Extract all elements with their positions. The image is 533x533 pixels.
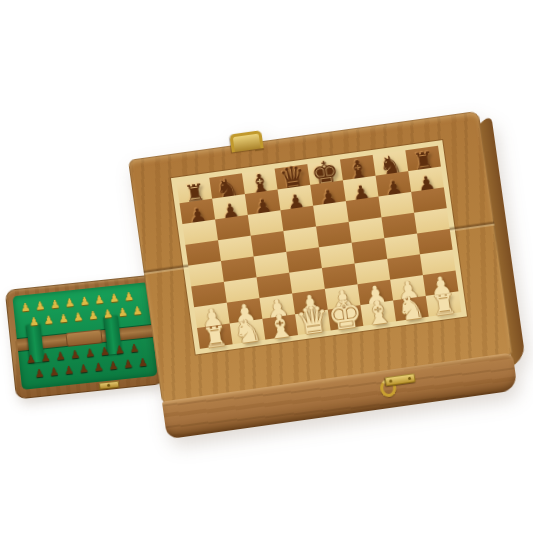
brass-latch — [229, 130, 263, 152]
storage-case: ♟♟♟♟♟♟♟♟♟♟♟♟♟♟♟♟♟♟♟♟♟♟♟♟♟♟♟♟♟♟♟♟ — [5, 274, 166, 399]
case-brass-clasp — [99, 381, 120, 390]
folding-chessboard: ♜♞♝♛♚♝♞♜♟♟♟♟♟♟♟♟♟♟♟♟♟♟♟♟♜♞♝♛♚♝♞♜ — [128, 111, 518, 442]
square-h1: ♜ — [426, 291, 462, 316]
square-d1: ♛ — [295, 310, 331, 335]
travel-chess-set-photo: ♟♟♟♟♟♟♟♟♟♟♟♟♟♟♟♟♟♟♟♟♟♟♟♟♟♟♟♟♟♟♟♟ ♜♞♝♛♚♝♞… — [0, 0, 533, 533]
clasp-keyhole — [107, 384, 110, 387]
board-grid: ♜♞♝♛♚♝♞♜♟♟♟♟♟♟♟♟♟♟♟♟♟♟♟♟♜♞♝♛♚♝♞♜ — [171, 140, 467, 354]
square-b1: ♞ — [230, 319, 266, 344]
storage-case-box: ♟♟♟♟♟♟♟♟♟♟♟♟♟♟♟♟♟♟♟♟♟♟♟♟♟♟♟♟♟♟♟♟ — [5, 274, 166, 399]
piece-white-rook-h1: ♜ — [430, 292, 458, 319]
square-a1: ♜ — [197, 323, 233, 348]
square-c1: ♝ — [262, 314, 298, 339]
square-e1: ♚ — [328, 305, 364, 330]
square-f1: ♝ — [360, 300, 396, 325]
piece-white-rook-a1: ♜ — [201, 324, 229, 351]
brass-clasp — [379, 373, 417, 396]
square-g1: ♞ — [393, 296, 429, 321]
